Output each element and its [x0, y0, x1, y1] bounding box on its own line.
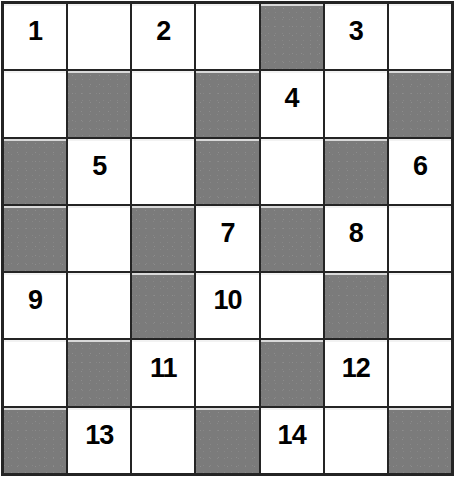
white-cell[interactable]: 8	[325, 206, 387, 271]
clue-number: 10	[213, 285, 241, 316]
white-cell[interactable]	[68, 4, 130, 69]
white-cell[interactable]: 14	[261, 408, 323, 473]
white-cell[interactable]: 11	[132, 340, 194, 405]
white-cell[interactable]	[261, 273, 323, 338]
white-cell[interactable]	[325, 71, 387, 136]
clue-number: 1	[28, 16, 42, 47]
white-cell[interactable]	[196, 4, 258, 69]
white-cell[interactable]: 9	[4, 273, 66, 338]
block-cell	[196, 71, 258, 136]
clue-number: 8	[349, 218, 363, 249]
white-cell[interactable]	[196, 340, 258, 405]
white-cell[interactable]	[4, 71, 66, 136]
clue-number: 6	[413, 151, 427, 182]
block-cell	[389, 408, 451, 473]
block-cell	[389, 71, 451, 136]
white-cell[interactable]: 5	[68, 139, 130, 204]
white-cell[interactable]	[261, 139, 323, 204]
crossword-board: 1234567891011121314	[1, 1, 454, 476]
block-cell	[325, 273, 387, 338]
block-cell	[4, 206, 66, 271]
block-cell	[196, 408, 258, 473]
block-cell	[68, 340, 130, 405]
white-cell[interactable]	[132, 71, 194, 136]
crossword-page: 1234567891011121314	[0, 0, 455, 477]
white-cell[interactable]	[132, 139, 194, 204]
clue-number: 12	[342, 353, 370, 384]
white-cell[interactable]	[389, 206, 451, 271]
white-cell[interactable]: 2	[132, 4, 194, 69]
white-cell[interactable]	[325, 408, 387, 473]
block-cell	[325, 139, 387, 204]
block-cell	[261, 206, 323, 271]
block-cell	[4, 139, 66, 204]
white-cell[interactable]: 6	[389, 139, 451, 204]
white-cell[interactable]: 12	[325, 340, 387, 405]
clue-number: 13	[85, 420, 113, 451]
block-cell	[261, 4, 323, 69]
block-cell	[132, 273, 194, 338]
white-cell[interactable]: 1	[4, 4, 66, 69]
block-cell	[132, 206, 194, 271]
block-cell	[196, 139, 258, 204]
block-cell	[68, 71, 130, 136]
white-cell[interactable]	[4, 340, 66, 405]
white-cell[interactable]	[389, 273, 451, 338]
white-cell[interactable]	[68, 206, 130, 271]
clue-number: 3	[349, 16, 363, 47]
white-cell[interactable]: 13	[68, 408, 130, 473]
clue-number: 9	[28, 285, 42, 316]
block-cell	[261, 340, 323, 405]
clue-number: 7	[220, 218, 234, 249]
clue-number: 11	[150, 353, 177, 384]
white-cell[interactable]	[389, 4, 451, 69]
white-cell[interactable]: 7	[196, 206, 258, 271]
white-cell[interactable]	[389, 340, 451, 405]
white-cell[interactable]: 3	[325, 4, 387, 69]
white-cell[interactable]: 4	[261, 71, 323, 136]
clue-number: 4	[285, 83, 299, 114]
clue-number: 5	[92, 151, 106, 182]
white-cell[interactable]	[132, 408, 194, 473]
clue-number: 14	[278, 420, 306, 451]
clue-number: 2	[156, 16, 170, 47]
white-cell[interactable]	[68, 273, 130, 338]
block-cell	[4, 408, 66, 473]
white-cell[interactable]: 10	[196, 273, 258, 338]
